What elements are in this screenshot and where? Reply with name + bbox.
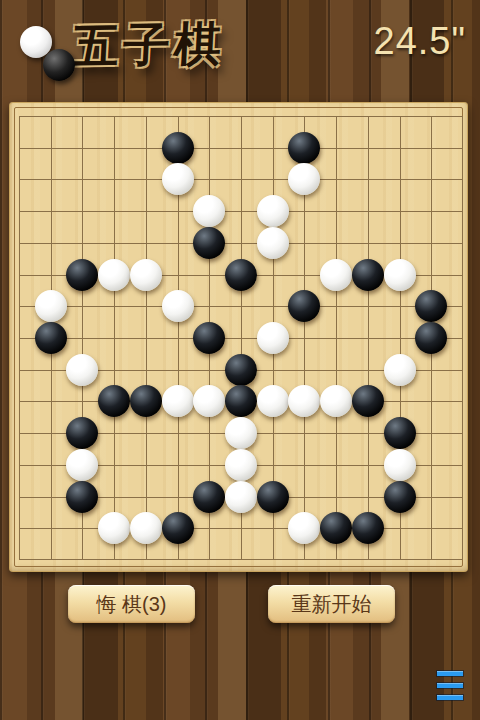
white-stone xyxy=(162,290,194,322)
black-stone xyxy=(352,512,384,544)
white-stone xyxy=(66,354,98,386)
black-stone xyxy=(66,259,98,291)
logo-black-stone-icon xyxy=(43,49,75,81)
white-stone xyxy=(288,163,320,195)
white-stone xyxy=(225,481,257,513)
white-stone xyxy=(130,259,162,291)
black-stone xyxy=(98,385,130,417)
black-stone xyxy=(130,385,162,417)
white-stone xyxy=(98,259,130,291)
white-stone xyxy=(257,227,289,259)
restart-button[interactable]: 重新开始 xyxy=(268,585,395,623)
black-stone xyxy=(352,259,384,291)
white-stone xyxy=(384,354,416,386)
white-stone xyxy=(225,417,257,449)
white-stone xyxy=(162,385,194,417)
black-stone xyxy=(352,385,384,417)
board-grid[interactable] xyxy=(19,116,463,560)
black-stone xyxy=(415,290,447,322)
black-stone xyxy=(66,481,98,513)
black-stone xyxy=(162,512,194,544)
menu-bar xyxy=(437,695,463,700)
black-stone xyxy=(225,385,257,417)
black-stone xyxy=(225,354,257,386)
gomoku-board[interactable] xyxy=(9,102,468,572)
move-timer: 24.5" xyxy=(374,20,466,63)
black-stone xyxy=(257,481,289,513)
white-stone xyxy=(193,195,225,227)
white-stone xyxy=(98,512,130,544)
white-stone xyxy=(66,449,98,481)
black-stone xyxy=(384,417,416,449)
black-stone xyxy=(415,322,447,354)
black-stone xyxy=(384,481,416,513)
menu-bar xyxy=(437,671,463,676)
app-title: 五子棋 xyxy=(70,13,233,79)
hamburger-menu-icon[interactable] xyxy=(437,671,463,700)
white-stone xyxy=(257,195,289,227)
black-stone xyxy=(320,512,352,544)
white-stone xyxy=(162,163,194,195)
black-stone xyxy=(162,132,194,164)
white-stone xyxy=(193,385,225,417)
white-stone xyxy=(320,259,352,291)
black-stone xyxy=(66,417,98,449)
white-stone xyxy=(35,290,67,322)
undo-button[interactable]: 悔 棋(3) xyxy=(68,585,195,623)
black-stone xyxy=(193,322,225,354)
white-stone xyxy=(384,259,416,291)
white-stone xyxy=(225,449,257,481)
black-stone xyxy=(193,481,225,513)
white-stone xyxy=(320,385,352,417)
gomoku-app: { "game": "Gomoku (五子棋 / Five-in-a-Row),… xyxy=(0,0,480,720)
black-stone xyxy=(225,259,257,291)
black-stone xyxy=(193,227,225,259)
menu-bar xyxy=(437,683,463,688)
white-stone xyxy=(288,512,320,544)
white-stone xyxy=(257,385,289,417)
white-stone xyxy=(384,449,416,481)
black-stone xyxy=(288,290,320,322)
white-stone xyxy=(288,385,320,417)
black-stone xyxy=(288,132,320,164)
white-stone xyxy=(130,512,162,544)
white-stone xyxy=(257,322,289,354)
black-stone xyxy=(35,322,67,354)
